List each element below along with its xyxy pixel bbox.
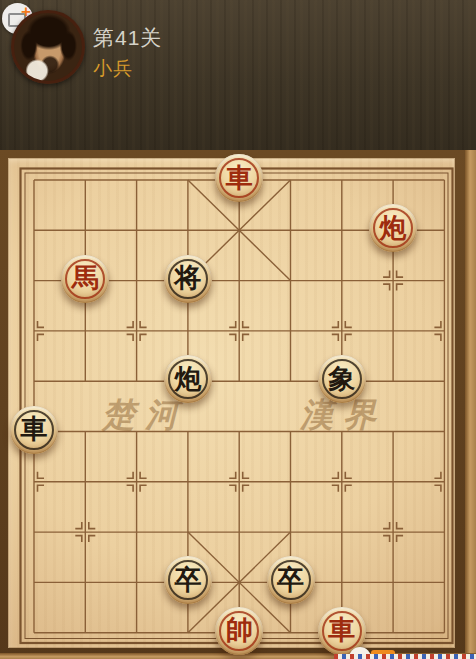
piece-red-cannon[interactable]: 炮 [369,204,417,252]
header: + 第41关 小兵 [0,0,476,150]
piece-glyph: 卒 [174,567,201,594]
piece-glyph: 炮 [174,366,201,393]
app-screen: + 第41关 小兵 楚河 漢界 車炮馬将炮象車卒卒帥車 [0,0,476,659]
watermark-fragment-dashes [334,654,476,659]
board-area: 楚河 漢界 車炮馬将炮象車卒卒帥車 [0,150,476,659]
piece-glyph: 象 [328,366,355,393]
piece-red-chariot[interactable]: 車 [215,154,263,202]
piece-black-soldier[interactable]: 卒 [164,556,212,604]
piece-glyph: 車 [226,165,253,192]
piece-black-soldier[interactable]: 卒 [267,556,315,604]
piece-glyph: 車 [328,617,355,644]
level-title: 第41关 [93,24,162,52]
piece-black-chariot[interactable]: 車 [10,406,58,454]
piece-black-cannon[interactable]: 炮 [164,355,212,403]
opponent-name: 小兵 [93,56,133,82]
piece-glyph: 炮 [380,215,407,242]
piece-glyph: 帥 [226,617,253,644]
piece-glyph: 車 [21,416,48,443]
piece-black-general[interactable]: 将 [164,255,212,303]
piece-glyph: 馬 [72,265,99,292]
piece-glyph: 卒 [277,567,304,594]
piece-glyph: 将 [174,265,201,292]
piece-red-horse[interactable]: 馬 [61,255,109,303]
piece-red-general[interactable]: 帥 [215,607,263,655]
avatar[interactable] [11,10,85,84]
piece-black-elephant[interactable]: 象 [318,355,366,403]
pieces-layer: 車炮馬将炮象車卒卒帥車 [0,150,476,659]
